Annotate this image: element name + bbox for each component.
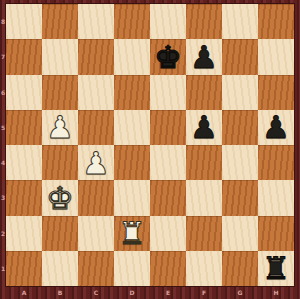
square-h7[interactable] xyxy=(258,39,294,74)
square-a7[interactable] xyxy=(6,39,42,74)
square-e8[interactable] xyxy=(150,4,186,39)
square-b8[interactable] xyxy=(42,4,78,39)
square-c8[interactable] xyxy=(78,4,114,39)
square-h4[interactable] xyxy=(258,145,294,180)
square-b6[interactable] xyxy=(42,75,78,110)
rank-label-1: 1 xyxy=(0,251,6,286)
square-h8[interactable] xyxy=(258,4,294,39)
square-b5[interactable]: ♟ xyxy=(42,110,78,145)
square-a2[interactable] xyxy=(6,216,42,251)
square-b1[interactable] xyxy=(42,251,78,286)
square-b4[interactable] xyxy=(42,145,78,180)
square-e3[interactable] xyxy=(150,180,186,215)
white-pawn-b5[interactable]: ♟ xyxy=(42,110,78,145)
file-label-h: H xyxy=(258,287,294,298)
square-d1[interactable] xyxy=(114,251,150,286)
square-b3[interactable]: ♚ xyxy=(42,180,78,215)
square-g4[interactable] xyxy=(222,145,258,180)
rank-label-5: 5 xyxy=(0,110,6,145)
black-pawn-f7[interactable]: ♟ xyxy=(186,39,222,74)
square-a1[interactable] xyxy=(6,251,42,286)
file-label-b: B xyxy=(42,287,78,298)
square-h2[interactable] xyxy=(258,216,294,251)
square-c2[interactable] xyxy=(78,216,114,251)
square-e1[interactable] xyxy=(150,251,186,286)
square-c1[interactable] xyxy=(78,251,114,286)
square-f5[interactable]: ♟ xyxy=(186,110,222,145)
square-e7[interactable]: ♚ xyxy=(150,39,186,74)
square-a4[interactable] xyxy=(6,145,42,180)
file-label-c: C xyxy=(78,287,114,298)
square-g1[interactable] xyxy=(222,251,258,286)
square-a6[interactable] xyxy=(6,75,42,110)
square-c4[interactable]: ♟ xyxy=(78,145,114,180)
square-a3[interactable] xyxy=(6,180,42,215)
square-h3[interactable] xyxy=(258,180,294,215)
square-c6[interactable] xyxy=(78,75,114,110)
square-d3[interactable] xyxy=(114,180,150,215)
square-h1[interactable]: ♜ xyxy=(258,251,294,286)
square-g8[interactable] xyxy=(222,4,258,39)
square-d2[interactable]: ♜ xyxy=(114,216,150,251)
square-d6[interactable] xyxy=(114,75,150,110)
square-f7[interactable]: ♟ xyxy=(186,39,222,74)
rank-label-8: 8 xyxy=(0,4,6,39)
rank-label-6: 6 xyxy=(0,75,6,110)
square-g5[interactable] xyxy=(222,110,258,145)
file-label-f: F xyxy=(186,287,222,298)
chess-board: ♚♟♟♟♟♟♚♜♜ xyxy=(6,4,294,286)
chess-board-frame: ♚♟♟♟♟♟♚♜♜ 87654321 ABCDEFGH xyxy=(0,0,300,299)
square-b2[interactable] xyxy=(42,216,78,251)
white-king-b3[interactable]: ♚ xyxy=(42,180,78,215)
square-f4[interactable] xyxy=(186,145,222,180)
square-d7[interactable] xyxy=(114,39,150,74)
square-f6[interactable] xyxy=(186,75,222,110)
file-label-g: G xyxy=(222,287,258,298)
rank-label-4: 4 xyxy=(0,145,6,180)
square-c3[interactable] xyxy=(78,180,114,215)
black-pawn-h5[interactable]: ♟ xyxy=(258,110,294,145)
black-rook-h1[interactable]: ♜ xyxy=(258,251,294,286)
square-f3[interactable] xyxy=(186,180,222,215)
square-e2[interactable] xyxy=(150,216,186,251)
rank-label-2: 2 xyxy=(0,216,6,251)
square-g2[interactable] xyxy=(222,216,258,251)
file-label-d: D xyxy=(114,287,150,298)
white-pawn-c4[interactable]: ♟ xyxy=(78,145,114,180)
square-d8[interactable] xyxy=(114,4,150,39)
square-d5[interactable] xyxy=(114,110,150,145)
square-e4[interactable] xyxy=(150,145,186,180)
square-d4[interactable] xyxy=(114,145,150,180)
square-e5[interactable] xyxy=(150,110,186,145)
square-a5[interactable] xyxy=(6,110,42,145)
square-e6[interactable] xyxy=(150,75,186,110)
square-a8[interactable] xyxy=(6,4,42,39)
rank-label-3: 3 xyxy=(0,180,6,215)
square-g6[interactable] xyxy=(222,75,258,110)
black-king-e7[interactable]: ♚ xyxy=(150,39,186,74)
white-rook-d2[interactable]: ♜ xyxy=(114,216,150,251)
file-label-e: E xyxy=(150,287,186,298)
square-b7[interactable] xyxy=(42,39,78,74)
square-c5[interactable] xyxy=(78,110,114,145)
file-label-a: A xyxy=(6,287,42,298)
square-g3[interactable] xyxy=(222,180,258,215)
square-f8[interactable] xyxy=(186,4,222,39)
square-c7[interactable] xyxy=(78,39,114,74)
square-h6[interactable] xyxy=(258,75,294,110)
square-h5[interactable]: ♟ xyxy=(258,110,294,145)
black-pawn-f5[interactable]: ♟ xyxy=(186,110,222,145)
square-g7[interactable] xyxy=(222,39,258,74)
square-f2[interactable] xyxy=(186,216,222,251)
rank-label-7: 7 xyxy=(0,39,6,74)
square-f1[interactable] xyxy=(186,251,222,286)
